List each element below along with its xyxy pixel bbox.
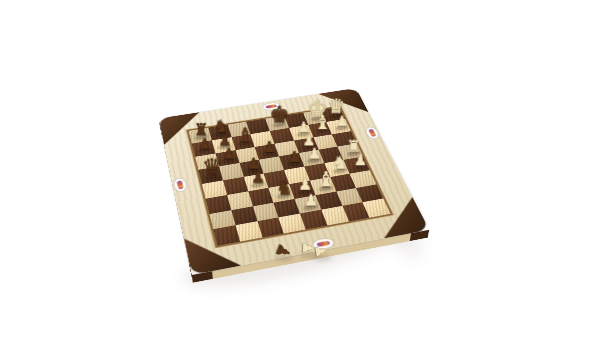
product-photo-scene: ♜♞♚♚♛♟♟♝♟♝♟♟♟♟♛♟♟♟♜♟♞♟♞♟♝♟ ♟♟♟	[0, 0, 600, 360]
fallen-pieces: ♟♟♟	[0, 0, 600, 360]
fallen-light-pawn: ♟	[313, 244, 329, 259]
